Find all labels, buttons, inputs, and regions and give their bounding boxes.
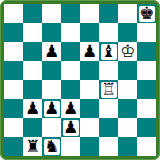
- square-h8[interactable]: ♚: [137, 4, 156, 23]
- piece-black-bishop[interactable]: ♝: [101, 42, 116, 61]
- piece-black-king[interactable]: ♚: [139, 4, 154, 23]
- square-e8[interactable]: [80, 4, 99, 23]
- square-g7[interactable]: [118, 23, 137, 42]
- square-a4[interactable]: [4, 80, 23, 99]
- square-a8[interactable]: [4, 4, 23, 23]
- square-e4[interactable]: [80, 80, 99, 99]
- square-b1[interactable]: ♜: [23, 137, 42, 156]
- square-f6[interactable]: ♝: [99, 42, 118, 61]
- square-f2[interactable]: [99, 118, 118, 137]
- chess-board: ♚♟♟♝♔♖♟♟♟♟♜♞: [4, 4, 156, 156]
- piece-black-pawn[interactable]: ♟: [63, 118, 78, 137]
- square-c5[interactable]: [42, 61, 61, 80]
- square-d8[interactable]: [61, 4, 80, 23]
- square-b3[interactable]: ♟: [23, 99, 42, 118]
- piece-black-pawn[interactable]: ♟: [25, 99, 40, 118]
- square-c1[interactable]: ♞: [42, 137, 61, 156]
- square-f3[interactable]: [99, 99, 118, 118]
- piece-black-pawn[interactable]: ♟: [44, 42, 59, 61]
- square-b5[interactable]: [23, 61, 42, 80]
- square-d2[interactable]: ♟: [61, 118, 80, 137]
- square-a2[interactable]: [4, 118, 23, 137]
- piece-black-pawn[interactable]: ♟: [82, 42, 97, 61]
- square-c7[interactable]: [42, 23, 61, 42]
- square-g1[interactable]: [118, 137, 137, 156]
- square-d5[interactable]: [61, 61, 80, 80]
- square-b4[interactable]: [23, 80, 42, 99]
- square-h2[interactable]: [137, 118, 156, 137]
- square-f7[interactable]: [99, 23, 118, 42]
- square-a7[interactable]: [4, 23, 23, 42]
- square-a6[interactable]: [4, 42, 23, 61]
- square-c8[interactable]: [42, 4, 61, 23]
- square-f1[interactable]: [99, 137, 118, 156]
- square-b6[interactable]: [23, 42, 42, 61]
- square-g5[interactable]: [118, 61, 137, 80]
- square-c3[interactable]: ♟: [42, 99, 61, 118]
- piece-black-pawn[interactable]: ♟: [63, 99, 78, 118]
- square-g4[interactable]: [118, 80, 137, 99]
- piece-white-rook[interactable]: ♖: [101, 80, 116, 99]
- square-g2[interactable]: [118, 118, 137, 137]
- square-a3[interactable]: [4, 99, 23, 118]
- piece-black-pawn[interactable]: ♟: [44, 99, 59, 118]
- square-d7[interactable]: [61, 23, 80, 42]
- square-g3[interactable]: [118, 99, 137, 118]
- piece-white-king[interactable]: ♔: [120, 42, 135, 61]
- square-b7[interactable]: [23, 23, 42, 42]
- piece-black-knight[interactable]: ♞: [44, 137, 59, 156]
- square-h1[interactable]: [137, 137, 156, 156]
- square-c2[interactable]: [42, 118, 61, 137]
- square-e7[interactable]: [80, 23, 99, 42]
- square-g8[interactable]: [118, 4, 137, 23]
- square-f4[interactable]: ♖: [99, 80, 118, 99]
- square-c6[interactable]: ♟: [42, 42, 61, 61]
- square-a5[interactable]: [4, 61, 23, 80]
- square-e5[interactable]: [80, 61, 99, 80]
- square-d1[interactable]: [61, 137, 80, 156]
- square-h3[interactable]: [137, 99, 156, 118]
- square-f5[interactable]: [99, 61, 118, 80]
- square-e6[interactable]: ♟: [80, 42, 99, 61]
- board-frame: ♚♟♟♝♔♖♟♟♟♟♜♞: [0, 0, 160, 160]
- square-a1[interactable]: [4, 137, 23, 156]
- square-d6[interactable]: [61, 42, 80, 61]
- square-h5[interactable]: [137, 61, 156, 80]
- square-e3[interactable]: [80, 99, 99, 118]
- square-c4[interactable]: [42, 80, 61, 99]
- square-h4[interactable]: [137, 80, 156, 99]
- square-e2[interactable]: [80, 118, 99, 137]
- square-e1[interactable]: [80, 137, 99, 156]
- square-b2[interactable]: [23, 118, 42, 137]
- square-h7[interactable]: [137, 23, 156, 42]
- square-f8[interactable]: [99, 4, 118, 23]
- square-b8[interactable]: [23, 4, 42, 23]
- square-g6[interactable]: ♔: [118, 42, 137, 61]
- piece-black-rook[interactable]: ♜: [25, 137, 40, 156]
- square-d4[interactable]: [61, 80, 80, 99]
- square-h6[interactable]: [137, 42, 156, 61]
- square-d3[interactable]: ♟: [61, 99, 80, 118]
